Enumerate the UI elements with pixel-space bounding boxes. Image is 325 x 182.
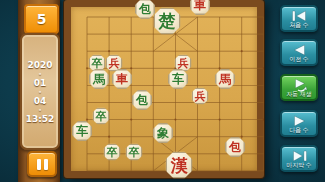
date-part: 13:52 <box>26 114 55 124</box>
last-move-label: 마지막 수 <box>286 162 312 168</box>
first-move-label: 처음 수 <box>289 22 309 28</box>
skip-end-icon <box>289 149 310 162</box>
cho-chariot-piece: 车 <box>72 121 92 141</box>
cho-soldier-piece: 卒 <box>126 144 143 161</box>
han-cannon-piece: 包 <box>225 137 245 157</box>
cho-general-piece: 楚 <box>154 8 181 35</box>
skip-start-icon <box>289 9 310 22</box>
cho-horse-piece: 馬 <box>89 69 109 89</box>
date-separator: - <box>39 89 42 95</box>
cho-elephant-piece: 象 <box>153 123 173 143</box>
auto-play-icon <box>289 78 310 91</box>
han-horse-piece: 馬 <box>215 69 235 89</box>
prev-move-label: 이전 수 <box>289 56 309 62</box>
pause-button[interactable] <box>27 151 57 177</box>
first-move-button[interactable]: 처음 수 <box>280 5 318 32</box>
next-icon <box>289 114 310 127</box>
date-part: 04 <box>34 96 47 106</box>
cho-soldier-piece: 卒 <box>89 55 106 72</box>
next-move-label: 다음 수 <box>289 127 309 133</box>
cho-chariot-piece: 车 <box>168 69 188 89</box>
cho-soldier-piece: 卒 <box>104 144 121 161</box>
auto-play-button[interactable]: 자동 재생 <box>280 74 318 101</box>
last-move-button[interactable]: 마지막 수 <box>280 145 318 172</box>
pause-icon <box>37 159 41 170</box>
date-part: 01 <box>34 78 47 88</box>
han-chariot-piece: 車 <box>112 69 132 89</box>
han-soldier-piece: 兵 <box>106 55 123 72</box>
cho-soldier-piece: 卒 <box>93 108 110 125</box>
han-soldier-piece: 兵 <box>192 88 209 105</box>
janggi-board: 包車楚卒兵兵馬車车馬包兵卒车象卒卒包漢 <box>64 0 264 178</box>
prev-icon <box>289 43 310 56</box>
han-soldier-piece: 兵 <box>175 55 192 72</box>
date-separator: - <box>39 71 42 77</box>
pause-icon <box>44 159 48 170</box>
move-count-badge: 5 <box>24 4 59 34</box>
cho-cannon-piece: 包 <box>132 90 152 110</box>
next-move-button[interactable]: 다음 수 <box>280 110 318 137</box>
prev-move-button[interactable]: 이전 수 <box>280 39 318 66</box>
app-window: 5 2020-01-04-13:52 包車楚卒兵兵馬車车馬包兵卒车象卒卒包漢 처… <box>0 0 325 182</box>
auto-play-label: 자동 재생 <box>286 91 312 97</box>
han-general-piece: 漢 <box>166 152 193 179</box>
move-count-value: 5 <box>37 11 47 27</box>
date-part: 2020 <box>27 60 52 70</box>
date-separator: - <box>39 107 42 113</box>
game-date-panel: 2020-01-04-13:52 <box>20 33 60 150</box>
